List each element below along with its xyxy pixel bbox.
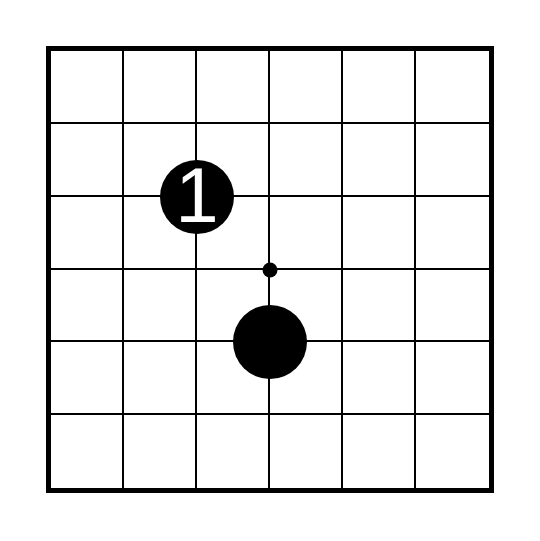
board-overlay: 1 [51, 51, 489, 488]
stone-black-D3[interactable] [233, 305, 307, 379]
stone-black-1-C5[interactable]: 1 [160, 160, 234, 234]
stone-move-number: 1 [175, 156, 218, 238]
star-point-D4 [263, 262, 278, 277]
go-board: 1 [46, 46, 494, 493]
go-diagram: 1 [0, 0, 540, 541]
